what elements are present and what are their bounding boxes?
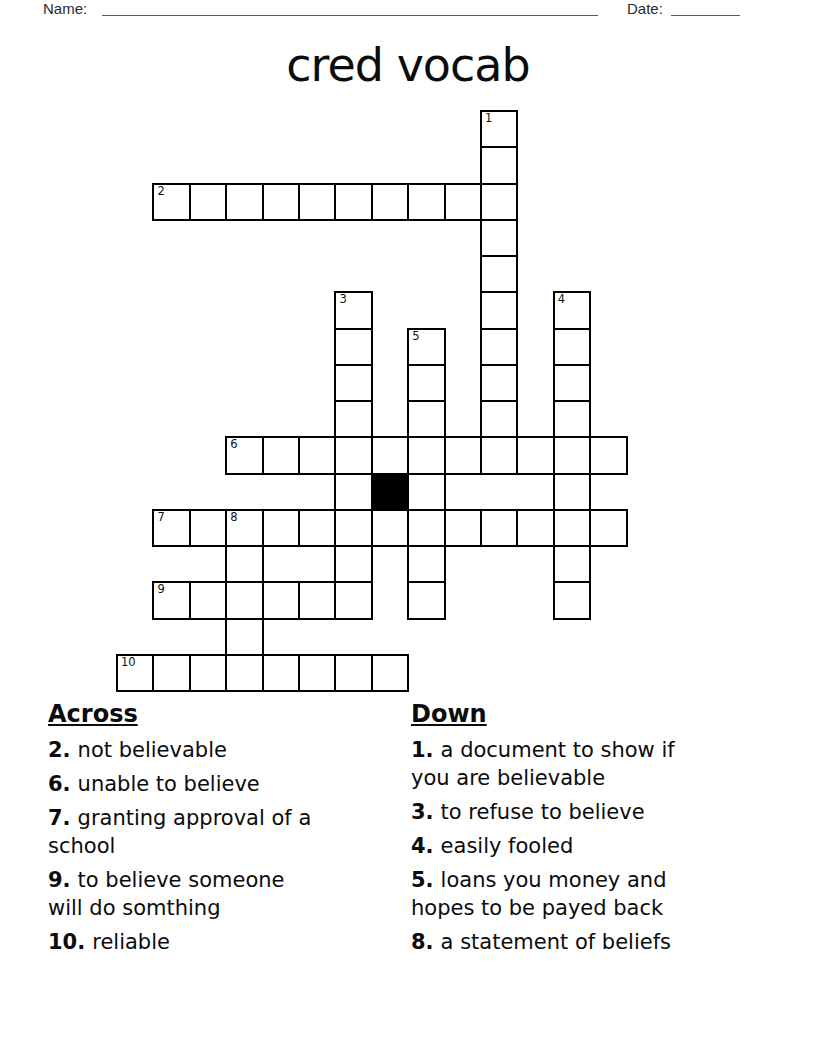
grid-cell[interactable] xyxy=(334,364,372,402)
grid-cell[interactable] xyxy=(298,183,336,221)
grid-cell[interactable] xyxy=(553,581,591,619)
grid-cell[interactable] xyxy=(553,364,591,402)
grid-cell[interactable]: 10 xyxy=(116,654,154,692)
grid-cell[interactable] xyxy=(298,654,336,692)
grid-cell[interactable]: 9 xyxy=(152,581,190,619)
across-heading: Across xyxy=(48,700,388,728)
clue-across-10: 10.reliable xyxy=(48,928,388,956)
grid-cell[interactable] xyxy=(480,400,518,438)
name-label: Name: xyxy=(43,1,87,17)
grid-cell[interactable] xyxy=(334,328,372,366)
grid-cell[interactable] xyxy=(553,473,591,511)
clue-number-label: 8. xyxy=(411,930,434,954)
grid-cell[interactable] xyxy=(553,328,591,366)
grid-cell[interactable] xyxy=(371,509,409,547)
clue-text: to believe someone will do somthing xyxy=(48,868,284,920)
grid-cell[interactable] xyxy=(189,183,227,221)
grid-clue-number: 3 xyxy=(339,293,346,306)
grid-cell[interactable] xyxy=(480,146,518,184)
clue-down-1: 1.a document to show if you are believab… xyxy=(411,736,743,792)
grid-cell[interactable] xyxy=(225,618,263,656)
grid-cell[interactable] xyxy=(262,581,300,619)
grid-cell[interactable] xyxy=(589,436,627,474)
clue-text: reliable xyxy=(92,930,170,954)
clue-across-2: 2.not believable xyxy=(48,736,388,764)
grid-cell[interactable] xyxy=(371,436,409,474)
grid-cell[interactable] xyxy=(553,545,591,583)
grid-cell[interactable] xyxy=(262,654,300,692)
grid-cell[interactable] xyxy=(334,654,372,692)
grid-cell[interactable] xyxy=(407,509,445,547)
clue-text: easily fooled xyxy=(441,834,574,858)
grid-cell[interactable] xyxy=(407,581,445,619)
clue-down-8: 8.a statement of beliefs xyxy=(411,928,743,956)
clue-down-3: 3.to refuse to believe xyxy=(411,798,743,826)
grid-cell[interactable] xyxy=(444,183,482,221)
grid-cell[interactable]: 5 xyxy=(407,328,445,366)
grid-cell[interactable] xyxy=(225,545,263,583)
grid-cell[interactable] xyxy=(334,473,372,511)
clue-text: a statement of beliefs xyxy=(441,930,671,954)
grid-cell[interactable] xyxy=(189,654,227,692)
clue-number-label: 5. xyxy=(411,868,434,892)
grid-cell[interactable]: 6 xyxy=(225,436,263,474)
grid-clue-number: 7 xyxy=(157,511,164,524)
grid-cell[interactable] xyxy=(225,581,263,619)
grid-cell[interactable] xyxy=(589,509,627,547)
grid-cell[interactable] xyxy=(480,291,518,329)
grid-cell[interactable]: 2 xyxy=(152,183,190,221)
grid-cell[interactable] xyxy=(553,400,591,438)
grid-cell[interactable] xyxy=(480,219,518,257)
clue-down-4: 4.easily fooled xyxy=(411,832,743,860)
puzzle-title: cred vocab xyxy=(0,40,816,90)
clue-number-label: 10. xyxy=(48,930,85,954)
grid-cell[interactable] xyxy=(553,436,591,474)
grid-cell[interactable]: 3 xyxy=(334,291,372,329)
grid-clue-number: 6 xyxy=(230,438,237,451)
grid-cell[interactable] xyxy=(480,328,518,366)
clue-number-label: 3. xyxy=(411,800,434,824)
grid-clue-number: 1 xyxy=(485,112,492,125)
date-write-line xyxy=(671,0,740,16)
grid-cell[interactable] xyxy=(480,509,518,547)
crossword-grid: 12345678910 xyxy=(117,111,627,691)
grid-cell[interactable] xyxy=(407,400,445,438)
clue-text: unable to believe xyxy=(78,772,260,796)
grid-cell[interactable] xyxy=(189,581,227,619)
grid-cell[interactable] xyxy=(407,183,445,221)
grid-cell[interactable] xyxy=(189,509,227,547)
grid-cell[interactable] xyxy=(334,183,372,221)
grid-cell[interactable] xyxy=(334,400,372,438)
grid-cell[interactable] xyxy=(152,654,190,692)
grid-cell[interactable] xyxy=(334,545,372,583)
grid-cell[interactable] xyxy=(407,364,445,402)
grid-clue-number: 2 xyxy=(157,185,164,198)
grid-cell[interactable] xyxy=(334,509,372,547)
clue-text: a document to show if you are believable xyxy=(411,738,675,790)
grid-cell[interactable] xyxy=(334,581,372,619)
clue-text: loans you money and hopes to be payed ba… xyxy=(411,868,666,920)
grid-cell[interactable] xyxy=(407,545,445,583)
clue-number-label: 9. xyxy=(48,868,71,892)
grid-cell[interactable] xyxy=(225,654,263,692)
clue-text: granting approval of a school xyxy=(48,806,311,858)
clue-number-label: 2. xyxy=(48,738,71,762)
clue-text: not believable xyxy=(78,738,227,762)
grid-cell[interactable] xyxy=(334,436,372,474)
grid-cell[interactable] xyxy=(516,436,554,474)
clue-text: to refuse to believe xyxy=(441,800,645,824)
grid-cell[interactable] xyxy=(444,436,482,474)
grid-cell[interactable] xyxy=(444,509,482,547)
grid-clue-number: 4 xyxy=(558,293,565,306)
clue-across-9: 9.to believe someone will do somthing xyxy=(48,866,388,922)
clue-across-7: 7.granting approval of a school xyxy=(48,804,388,860)
grid-cell[interactable]: 7 xyxy=(152,509,190,547)
down-heading: Down xyxy=(411,700,743,728)
date-label: Date: xyxy=(627,1,663,17)
grid-cell[interactable] xyxy=(262,509,300,547)
grid-cell[interactable] xyxy=(480,436,518,474)
grid-cell[interactable] xyxy=(480,183,518,221)
grid-cell[interactable] xyxy=(298,436,336,474)
grid-cell[interactable] xyxy=(480,255,518,293)
grid-cell[interactable] xyxy=(298,581,336,619)
clue-across-6: 6.unable to believe xyxy=(48,770,388,798)
grid-cell[interactable] xyxy=(262,436,300,474)
grid-cell[interactable] xyxy=(480,364,518,402)
grid-clue-number: 5 xyxy=(412,330,419,343)
grid-cell[interactable]: 8 xyxy=(225,509,263,547)
grid-clue-number: 9 xyxy=(157,583,164,596)
grid-cell[interactable] xyxy=(516,509,554,547)
clue-down-5: 5.loans you money and hopes to be payed … xyxy=(411,866,743,922)
grid-cell[interactable] xyxy=(298,509,336,547)
grid-clue-number: 8 xyxy=(230,511,237,524)
grid-cell[interactable] xyxy=(553,509,591,547)
across-clues-section: Across 2.not believable 6.unable to beli… xyxy=(48,700,388,962)
grid-cell[interactable]: 1 xyxy=(480,110,518,148)
clue-number-label: 1. xyxy=(411,738,434,762)
clue-number-label: 7. xyxy=(48,806,71,830)
clue-number-label: 4. xyxy=(411,834,434,858)
grid-cell[interactable] xyxy=(407,436,445,474)
grid-cell[interactable] xyxy=(225,183,263,221)
grid-cell[interactable] xyxy=(407,473,445,511)
clue-number-label: 6. xyxy=(48,772,71,796)
down-clues-section: Down 1.a document to show if you are bel… xyxy=(411,700,743,962)
name-write-line xyxy=(102,0,598,16)
blocked-cell xyxy=(371,473,409,511)
grid-clue-number: 10 xyxy=(121,656,136,669)
grid-cell[interactable] xyxy=(371,183,409,221)
grid-cell[interactable] xyxy=(262,183,300,221)
grid-cell[interactable] xyxy=(371,654,409,692)
grid-cell[interactable]: 4 xyxy=(553,291,591,329)
